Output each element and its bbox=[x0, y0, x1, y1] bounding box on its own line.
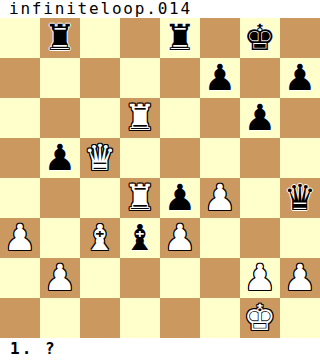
square-g5[interactable] bbox=[240, 138, 280, 178]
black-queen[interactable]: ♛ bbox=[284, 178, 316, 218]
square-f3[interactable] bbox=[200, 218, 240, 258]
square-a4[interactable] bbox=[0, 178, 40, 218]
white-rook[interactable]: ♜ bbox=[124, 98, 156, 138]
square-f6[interactable] bbox=[200, 98, 240, 138]
square-c6[interactable] bbox=[80, 98, 120, 138]
white-pawn[interactable]: ♟ bbox=[244, 258, 276, 298]
square-g8[interactable]: ♚ bbox=[240, 18, 280, 58]
square-d5[interactable] bbox=[120, 138, 160, 178]
square-f4[interactable]: ♟ bbox=[200, 178, 240, 218]
square-b4[interactable] bbox=[40, 178, 80, 218]
square-d3[interactable]: ♝ bbox=[120, 218, 160, 258]
square-f8[interactable] bbox=[200, 18, 240, 58]
square-d8[interactable] bbox=[120, 18, 160, 58]
move-prompt: 1. ? bbox=[0, 338, 320, 360]
white-pawn[interactable]: ♟ bbox=[284, 258, 316, 298]
square-g6[interactable]: ♟ bbox=[240, 98, 280, 138]
white-bishop[interactable]: ♝ bbox=[84, 218, 116, 258]
square-h1[interactable] bbox=[280, 298, 320, 338]
square-b6[interactable] bbox=[40, 98, 80, 138]
square-g3[interactable] bbox=[240, 218, 280, 258]
square-h6[interactable] bbox=[280, 98, 320, 138]
black-pawn[interactable]: ♟ bbox=[44, 138, 76, 178]
square-h5[interactable] bbox=[280, 138, 320, 178]
white-rook[interactable]: ♜ bbox=[124, 178, 156, 218]
square-g1[interactable]: ♚ bbox=[240, 298, 280, 338]
square-a8[interactable] bbox=[0, 18, 40, 58]
square-e7[interactable] bbox=[160, 58, 200, 98]
square-c5[interactable]: ♛ bbox=[80, 138, 120, 178]
square-c8[interactable] bbox=[80, 18, 120, 58]
square-e3[interactable]: ♟ bbox=[160, 218, 200, 258]
square-a1[interactable] bbox=[0, 298, 40, 338]
square-f2[interactable] bbox=[200, 258, 240, 298]
square-a2[interactable] bbox=[0, 258, 40, 298]
square-c7[interactable] bbox=[80, 58, 120, 98]
square-e4[interactable]: ♟ bbox=[160, 178, 200, 218]
black-pawn[interactable]: ♟ bbox=[204, 58, 236, 98]
square-e1[interactable] bbox=[160, 298, 200, 338]
square-b1[interactable] bbox=[40, 298, 80, 338]
black-pawn[interactable]: ♟ bbox=[244, 98, 276, 138]
black-king[interactable]: ♚ bbox=[244, 18, 276, 58]
black-bishop[interactable]: ♝ bbox=[124, 218, 156, 258]
square-h3[interactable] bbox=[280, 218, 320, 258]
square-e6[interactable] bbox=[160, 98, 200, 138]
square-d1[interactable] bbox=[120, 298, 160, 338]
square-b5[interactable]: ♟ bbox=[40, 138, 80, 178]
square-a6[interactable] bbox=[0, 98, 40, 138]
square-d2[interactable] bbox=[120, 258, 160, 298]
square-d7[interactable] bbox=[120, 58, 160, 98]
square-h4[interactable]: ♛ bbox=[280, 178, 320, 218]
black-pawn[interactable]: ♟ bbox=[164, 178, 196, 218]
square-e5[interactable] bbox=[160, 138, 200, 178]
white-pawn[interactable]: ♟ bbox=[44, 258, 76, 298]
square-f7[interactable]: ♟ bbox=[200, 58, 240, 98]
black-rook[interactable]: ♜ bbox=[44, 18, 76, 58]
square-h7[interactable]: ♟ bbox=[280, 58, 320, 98]
square-c2[interactable] bbox=[80, 258, 120, 298]
square-h2[interactable]: ♟ bbox=[280, 258, 320, 298]
square-a5[interactable] bbox=[0, 138, 40, 178]
square-a3[interactable]: ♟ bbox=[0, 218, 40, 258]
white-queen[interactable]: ♛ bbox=[84, 138, 116, 178]
square-b7[interactable] bbox=[40, 58, 80, 98]
square-b8[interactable]: ♜ bbox=[40, 18, 80, 58]
white-king[interactable]: ♚ bbox=[244, 298, 276, 338]
square-d4[interactable]: ♜ bbox=[120, 178, 160, 218]
puzzle-title: infiniteloop.014 bbox=[0, 0, 320, 18]
square-b2[interactable]: ♟ bbox=[40, 258, 80, 298]
white-pawn[interactable]: ♟ bbox=[204, 178, 236, 218]
square-g7[interactable] bbox=[240, 58, 280, 98]
square-g2[interactable]: ♟ bbox=[240, 258, 280, 298]
square-h8[interactable] bbox=[280, 18, 320, 58]
square-g4[interactable] bbox=[240, 178, 280, 218]
square-f5[interactable] bbox=[200, 138, 240, 178]
square-c1[interactable] bbox=[80, 298, 120, 338]
square-a7[interactable] bbox=[0, 58, 40, 98]
black-rook[interactable]: ♜ bbox=[164, 18, 196, 58]
square-f1[interactable] bbox=[200, 298, 240, 338]
square-c3[interactable]: ♝ bbox=[80, 218, 120, 258]
chess-board: ♜♜♚♟♟♜♟♟♛♜♟♟♛♟♝♝♟♟♟♟♚ bbox=[0, 18, 320, 338]
white-pawn[interactable]: ♟ bbox=[164, 218, 196, 258]
square-b3[interactable] bbox=[40, 218, 80, 258]
square-e8[interactable]: ♜ bbox=[160, 18, 200, 58]
square-e2[interactable] bbox=[160, 258, 200, 298]
black-pawn[interactable]: ♟ bbox=[284, 58, 316, 98]
square-c4[interactable] bbox=[80, 178, 120, 218]
square-d6[interactable]: ♜ bbox=[120, 98, 160, 138]
white-pawn[interactable]: ♟ bbox=[4, 218, 36, 258]
